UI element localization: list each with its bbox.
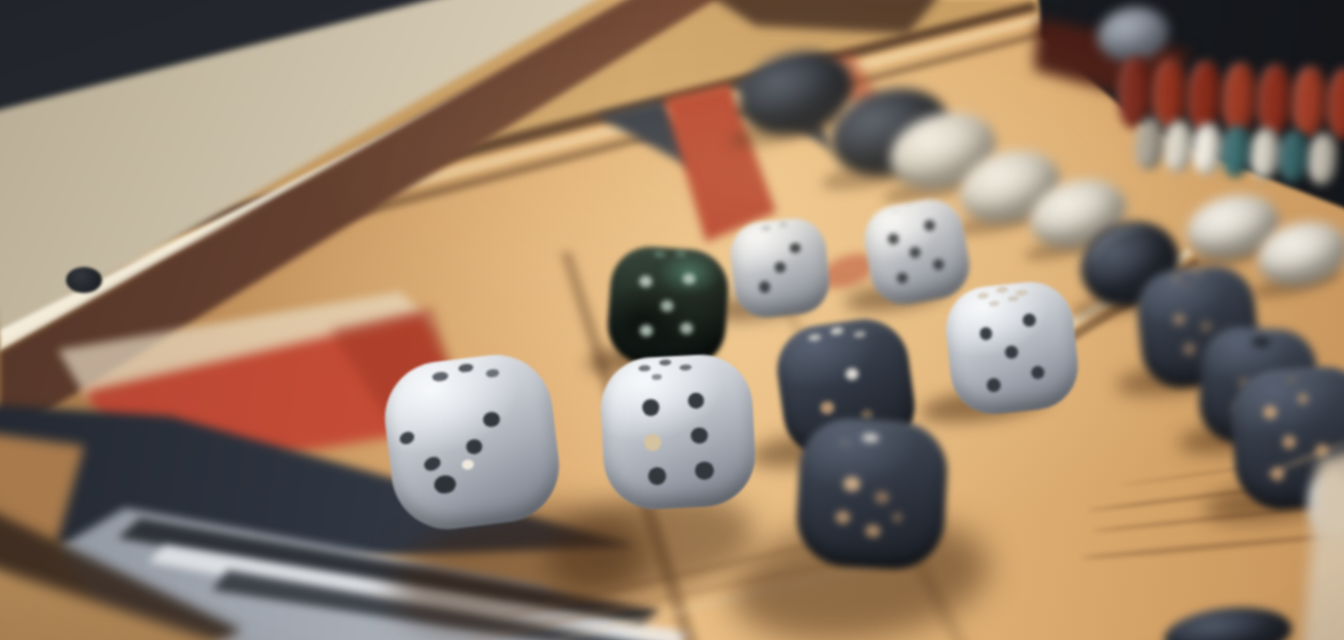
pale-gap-left-fill	[0, 0, 1344, 640]
shadow-die-right-silver	[918, 379, 1053, 429]
die-right-silver-pip-4	[986, 377, 1001, 392]
stick-pale-line	[0, 0, 1344, 640]
die-mid-silver	[859, 194, 975, 310]
point-dark-wedge	[0, 0, 1344, 640]
stick-dark-line	[0, 0, 1344, 640]
die-navy-row-3-pip-5	[1270, 466, 1285, 481]
checker-white-row-2	[951, 139, 1068, 234]
frame-corner-wood-fill	[0, 0, 1344, 640]
vignette-fill	[0, 0, 1344, 640]
dark-top-strip-fill	[0, 0, 1344, 640]
die-right-silver-pip-7	[996, 286, 1008, 293]
die-front-left-silver-pip-9	[462, 459, 475, 470]
gray-dark-streak-1	[0, 0, 1344, 640]
teal-white-checker-stack-disc-7	[1307, 132, 1339, 186]
die-right-silver-pip-5	[1031, 365, 1045, 379]
warm-glow-fill	[0, 0, 1344, 640]
die-front-left-silver-pip-2	[458, 363, 474, 373]
die-navy-row-3-pip-7	[1265, 439, 1344, 476]
shadow-die-mid	[843, 276, 950, 316]
die-navy-row-3-pip-6	[1328, 472, 1340, 484]
die-green-marble-pip-4	[639, 324, 653, 337]
frame-corner-dark-fill	[0, 0, 1344, 640]
die-right-silver	[942, 278, 1083, 419]
bar-seam-fill	[0, 0, 1344, 640]
background-dark-left	[0, 0, 1344, 640]
point-red-b	[0, 0, 1344, 640]
die-navy-row-2	[1197, 325, 1319, 447]
frame-corner-wood	[0, 0, 1344, 640]
die-front-left-silver-pip-4	[398, 430, 417, 447]
point-gray-band	[0, 0, 1344, 640]
die-mid-silver-pip-5	[932, 258, 945, 271]
die-navy-row-3-pip-2	[1296, 392, 1309, 405]
shadow-die-green	[585, 333, 712, 380]
checker-navy-row-2	[821, 75, 960, 189]
red-checker-stack-disc-6	[1291, 65, 1328, 139]
field-seam-right-fill	[0, 0, 1344, 640]
gray-dark-streak-1-fill	[0, 0, 1344, 640]
shadow-die-front-left	[382, 488, 659, 640]
shadow-die-center	[538, 478, 762, 613]
maroon-blob-behind-stack	[0, 0, 1344, 640]
die-mid-silver-pip-8	[919, 205, 928, 210]
die-navy-row-1	[1133, 262, 1263, 392]
red-checker-stack-disc-5	[1256, 63, 1293, 137]
background-dark-right	[0, 0, 1344, 640]
die-navy-row-2-pip-1	[1251, 337, 1270, 347]
pale-gap-left	[0, 0, 1344, 640]
die-green-marble-pip-5	[680, 322, 694, 335]
bench-front-brown-fill	[0, 0, 1344, 640]
die-green-marble-pip-2	[682, 273, 696, 286]
bench-plank	[0, 0, 1344, 640]
die-center-silver-pip-7	[648, 466, 667, 485]
maroon-blob-behind-stack-fill	[0, 0, 1344, 640]
die-navy-row-1-pip-3	[1183, 283, 1193, 289]
checker-white-row-5	[1251, 213, 1344, 295]
die-navy-foreground-pip-6	[865, 524, 882, 538]
die-green-marble-pip-6	[654, 251, 666, 258]
die-front-left-silver-pip-3	[485, 369, 499, 378]
checker-navy-bottom	[1162, 601, 1295, 640]
die-upper-silver-pip-4	[762, 225, 771, 231]
die-navy-foreground-pip-3	[843, 476, 860, 492]
right-edge-pale-streak	[0, 0, 1344, 640]
background-dark-left-fill	[0, 0, 1344, 640]
point-red-a-fill	[0, 0, 1344, 640]
point-red-left-deep	[0, 0, 1344, 640]
shadow-die-upper	[709, 286, 812, 326]
checker-navy-mid	[1069, 209, 1190, 320]
die-green-marble-pip-1	[639, 275, 653, 288]
gray-white-streak	[0, 0, 1344, 640]
die-front-left-silver-pip-1	[432, 371, 448, 381]
point-gray-band-fill	[0, 0, 1344, 640]
red-checker-stack-disc-4	[1221, 61, 1258, 135]
die-navy-row-2-pip-3	[1239, 377, 1250, 388]
die-navy-foreground	[794, 416, 950, 572]
die-navy-behind	[771, 313, 920, 462]
shadow-die-navy-row-3	[1201, 471, 1344, 530]
die-right-silver-pip-10	[1008, 296, 1019, 302]
die-center-silver-pip-4	[651, 373, 662, 380]
teal-white-checker-stack	[1133, 117, 1344, 192]
red-point-tip-blob	[815, 247, 882, 296]
die-navy-behind-pip-5	[819, 400, 835, 415]
point-dark-a	[0, 0, 1344, 640]
die-navy-row-2-pip-5	[1232, 403, 1242, 413]
rail-inner-shadow	[0, 0, 1344, 640]
rail-inner-shadow-fill	[0, 0, 1344, 640]
point-dark-b-fill	[0, 0, 1344, 640]
shadow-checker-4	[952, 196, 1056, 242]
teal-white-checker-stack-disc-1	[1133, 117, 1165, 171]
die-front-left-silver-pip-6	[482, 411, 501, 428]
teal-white-checker-stack-disc-3	[1191, 122, 1223, 176]
shadow-checker-5	[1022, 223, 1122, 266]
shadow-die-navy-row-2	[1176, 413, 1299, 459]
die-navy-row-3	[1228, 363, 1344, 512]
point-dark-wedge-fill	[0, 0, 1344, 640]
die-right-silver-pip-6	[977, 292, 989, 299]
grain-4	[1121, 450, 1344, 486]
die-navy-foreground-pip-5	[835, 511, 850, 525]
die-navy-behind-pip-2	[830, 326, 844, 334]
shadow-checker-1	[727, 101, 850, 155]
die-navy-row-3-pip-8	[1283, 376, 1297, 384]
field-seam-right	[0, 0, 1344, 640]
board-field-fill	[0, 0, 1344, 640]
die-navy-row-1-pip-2	[1192, 272, 1203, 278]
die-mid-silver-pip-6	[891, 208, 900, 213]
die-center-silver-pip-8	[687, 392, 705, 410]
shadow-die-navy-row-1	[1114, 355, 1237, 401]
grain-3	[1080, 529, 1344, 561]
die-center-silver-pip-2	[659, 359, 671, 366]
bench-dot	[66, 267, 102, 293]
die-center-silver-pip-5	[642, 399, 660, 417]
die-navy-behind-pip-6	[860, 408, 873, 420]
die-green-marble-pip-7	[676, 250, 687, 257]
gray-dark-streak-2-fill	[0, 0, 1344, 640]
rail-shadow-line-fill	[0, 0, 1344, 640]
die-mid-silver-pip-2	[923, 219, 936, 232]
die-green-marble	[605, 244, 731, 370]
right-edge-pale-streak-fill	[0, 0, 1344, 640]
frame-left-strip-fill	[0, 0, 1344, 640]
die-navy-row-2-pip-4	[1263, 395, 1274, 406]
stick-dark-line-fill	[0, 0, 1344, 640]
bench-bright-edge	[0, 0, 1344, 640]
die-navy-behind-pip-4	[845, 367, 860, 381]
point-red-left-deep-fill	[0, 0, 1344, 640]
shadow-die-navy-behind	[746, 421, 889, 474]
point-dark-b	[0, 0, 1344, 640]
die-center-silver	[598, 352, 758, 512]
bench-front-brown	[0, 0, 1344, 640]
die-center-silver-pip-6	[644, 434, 662, 452]
die-mid-silver-pip-3	[909, 246, 922, 259]
die-navy-foreground-pip-4	[874, 490, 889, 504]
red-checker-stack-disc-1	[1116, 56, 1153, 130]
outer-rim-wood-fill	[0, 0, 1344, 640]
die-center-silver-pip-3	[679, 364, 691, 371]
red-checker-stack	[1116, 56, 1344, 145]
teal-white-checker-stack-disc-2	[1162, 119, 1194, 173]
rail-highlight-line	[0, 0, 1344, 640]
die-mid-silver-pip-1	[887, 233, 900, 246]
point-dark-a-fill	[0, 0, 1344, 640]
checker-white-row-3	[1022, 169, 1134, 259]
die-navy-row-1-pip-6	[1183, 343, 1196, 356]
die-right-silver-pip-1	[979, 327, 993, 341]
shadow-die-navy-foreground	[723, 502, 997, 640]
die-upper-silver	[727, 215, 833, 321]
stage	[0, 0, 1344, 640]
die-right-silver-pip-9	[989, 300, 1000, 306]
shadow-checker-2	[818, 141, 945, 198]
die-navy-row-1-pip-1	[1171, 276, 1182, 282]
gray-white-streak-fill	[0, 0, 1344, 640]
red-checker-stack-disc-2	[1151, 57, 1188, 131]
point-red-left	[0, 0, 1344, 640]
die-mid-silver-pip-7	[905, 203, 914, 208]
teal-white-checker-stack-disc-6	[1278, 129, 1310, 183]
die-front-left-silver	[378, 348, 565, 535]
die-navy-row-2-pip-2	[1252, 338, 1259, 341]
checker-navy-mid-highlight	[1082, 217, 1162, 288]
die-navy-behind-pip-1	[808, 334, 822, 342]
die-navy-foreground-pip-7	[891, 512, 903, 523]
checker-navy-row-1	[729, 39, 863, 148]
warm-glow	[0, 0, 1344, 640]
teal-white-checker-stack-disc-5	[1249, 127, 1281, 181]
die-navy-row-1-pip-4	[1173, 313, 1186, 326]
frame-corner-dark	[0, 0, 1344, 640]
stick-pale-line-fill	[0, 0, 1344, 640]
dark-top-strip	[0, 0, 1344, 640]
grain-6	[464, 555, 857, 640]
die-front-left-silver-pip-8	[433, 474, 457, 495]
die-upper-silver-pip-3	[789, 242, 801, 254]
white-die-edge-blob	[1304, 468, 1344, 543]
die-navy-row-1-pip-5	[1200, 320, 1212, 332]
red-checker-stack-disc-3	[1186, 59, 1223, 133]
checker-gray-top	[1092, 0, 1174, 68]
die-navy-foreground-pip-2	[839, 439, 851, 446]
background-dark-right-fill	[0, 0, 1344, 640]
rail-shadow-line	[0, 0, 1344, 640]
board-field	[0, 0, 1344, 640]
die-green-marble-pip-3	[660, 299, 674, 312]
die-upper-silver-pip-2	[774, 261, 786, 273]
bench-plank-fill	[0, 0, 1344, 640]
die-right-silver-pip-3	[1004, 345, 1018, 359]
die-navy-row-3-pip-1	[1263, 405, 1278, 420]
die-right-silver-pip-8	[1016, 289, 1028, 296]
shadow-checker-3	[881, 161, 992, 210]
bar-seam	[0, 0, 1344, 640]
checker-white-row-4	[1180, 186, 1286, 269]
die-center-silver-pip-1	[638, 365, 650, 372]
die-center-silver-pip-9	[691, 427, 709, 445]
die-right-silver-pip-2	[1023, 313, 1037, 327]
die-navy-row-3-pip-4	[1315, 443, 1330, 458]
die-upper-silver-pip-5	[779, 221, 788, 227]
point-red-a	[0, 0, 1344, 640]
gray-dark-streak-2	[0, 0, 1344, 640]
checker-white-row-1	[881, 101, 1005, 202]
grain-7	[550, 540, 971, 640]
die-upper-silver-pip-1	[758, 281, 771, 294]
vignette	[0, 0, 1344, 640]
rail-highlight-line-fill	[0, 0, 1344, 640]
die-navy-foreground-pip-1	[861, 433, 879, 443]
point-red-left-fill	[0, 0, 1344, 640]
grain-2	[1093, 499, 1344, 533]
teal-white-checker-stack-disc-4	[1220, 124, 1252, 178]
die-front-left-silver-pip-7	[465, 438, 484, 455]
die-navy-row-3-pip-3	[1282, 434, 1297, 449]
shadow-checker-8	[1068, 277, 1175, 327]
outer-rim-wood	[0, 0, 1344, 640]
red-checker-stack-disc-7	[1326, 67, 1344, 141]
die-mid-silver-pip-4	[896, 272, 909, 285]
grain-1	[1088, 476, 1344, 513]
shadow-checker-6	[1179, 235, 1275, 277]
die-center-silver-pip-10	[695, 461, 714, 480]
point-red-b-fill	[0, 0, 1344, 640]
die-navy-behind-pip-3	[853, 330, 866, 338]
frame-left-strip	[0, 0, 1344, 640]
die-front-left-silver-pip-5	[422, 454, 443, 473]
grain-5	[490, 519, 910, 621]
bench-bright-edge-fill	[0, 0, 1344, 640]
shadow-checker-7	[1250, 262, 1344, 304]
